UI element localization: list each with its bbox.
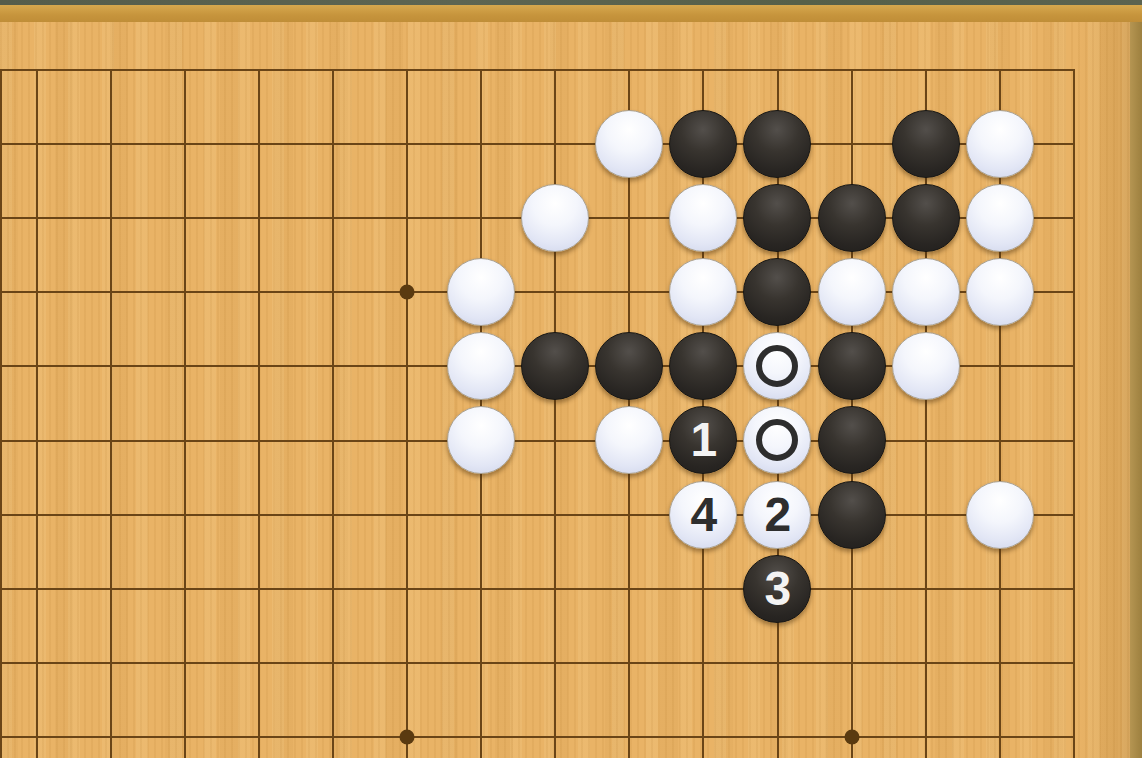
- stone-white-P15[interactable]: [743, 332, 811, 400]
- stone-white-L14[interactable]: [447, 406, 515, 474]
- move-number-label: 3: [765, 565, 791, 613]
- circle-marker-icon: [756, 419, 798, 461]
- go-app-screen: 1423: [0, 0, 1142, 758]
- stone-black-N15[interactable]: [595, 332, 663, 400]
- stone-white-R16[interactable]: [892, 258, 960, 326]
- stone-white-P13[interactable]: 2: [743, 481, 811, 549]
- stone-black-Q15[interactable]: [818, 332, 886, 400]
- stone-black-P12[interactable]: 3: [743, 555, 811, 623]
- board-right-edge-bevel: [1130, 5, 1142, 758]
- stone-white-Q16[interactable]: [818, 258, 886, 326]
- stone-black-P17[interactable]: [743, 184, 811, 252]
- stone-white-S18[interactable]: [966, 110, 1034, 178]
- stone-white-L16[interactable]: [447, 258, 515, 326]
- move-number-label: 4: [690, 491, 716, 539]
- stone-black-M15[interactable]: [521, 332, 589, 400]
- stone-black-P18[interactable]: [743, 110, 811, 178]
- stone-black-R18[interactable]: [892, 110, 960, 178]
- board-top-edge-bevel: [0, 5, 1142, 22]
- move-number-label: 1: [690, 416, 716, 464]
- stone-white-S13[interactable]: [966, 481, 1034, 549]
- stone-black-P16[interactable]: [743, 258, 811, 326]
- stone-black-O18[interactable]: [669, 110, 737, 178]
- stone-black-R17[interactable]: [892, 184, 960, 252]
- stone-white-O16[interactable]: [669, 258, 737, 326]
- stone-white-L15[interactable]: [447, 332, 515, 400]
- stone-white-N14[interactable]: [595, 406, 663, 474]
- stone-black-Q17[interactable]: [818, 184, 886, 252]
- stone-white-N18[interactable]: [595, 110, 663, 178]
- stone-white-M17[interactable]: [521, 184, 589, 252]
- stone-black-O14[interactable]: 1: [669, 406, 737, 474]
- stone-white-S16[interactable]: [966, 258, 1034, 326]
- stone-black-O15[interactable]: [669, 332, 737, 400]
- stone-black-Q14[interactable]: [818, 406, 886, 474]
- stone-white-P14[interactable]: [743, 406, 811, 474]
- stone-white-S17[interactable]: [966, 184, 1034, 252]
- move-number-label: 2: [765, 491, 791, 539]
- stone-white-R15[interactable]: [892, 332, 960, 400]
- stone-grid: 1423: [0, 33, 1111, 758]
- stone-white-O13[interactable]: 4: [669, 481, 737, 549]
- circle-marker-icon: [756, 345, 798, 387]
- stone-white-O17[interactable]: [669, 184, 737, 252]
- stone-black-Q13[interactable]: [818, 481, 886, 549]
